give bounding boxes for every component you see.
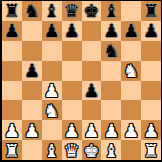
piece-black-pawn[interactable]: ♟ bbox=[143, 21, 159, 40]
square-h5[interactable] bbox=[141, 61, 161, 81]
chess-board: ♜♞♝♛♚♝♜♟♟♟♟♟♟♞♟♞♟♟♞♟♟♟♟♟♟♟♜♝♛♚♝♜ bbox=[2, 1, 161, 160]
piece-black-rook[interactable]: ♜ bbox=[143, 1, 159, 20]
square-d8[interactable]: ♛ bbox=[62, 1, 82, 21]
square-e2[interactable]: ♟ bbox=[82, 120, 102, 140]
piece-white-knight[interactable]: ♞ bbox=[123, 61, 139, 80]
square-f6[interactable]: ♞ bbox=[101, 41, 121, 61]
piece-black-rook[interactable]: ♜ bbox=[4, 1, 20, 20]
square-c7[interactable]: ♟ bbox=[42, 21, 62, 41]
piece-black-bishop[interactable]: ♝ bbox=[44, 1, 60, 20]
square-a7[interactable]: ♟ bbox=[2, 21, 22, 41]
square-f1[interactable]: ♝ bbox=[101, 140, 121, 160]
square-f3[interactable] bbox=[101, 100, 121, 120]
piece-white-bishop[interactable]: ♝ bbox=[103, 141, 119, 160]
piece-white-rook[interactable]: ♜ bbox=[143, 141, 159, 160]
piece-white-rook[interactable]: ♜ bbox=[4, 141, 20, 160]
square-c6[interactable] bbox=[42, 41, 62, 61]
square-c2[interactable] bbox=[42, 120, 62, 140]
square-g8[interactable] bbox=[121, 1, 141, 21]
square-e3[interactable] bbox=[82, 100, 102, 120]
piece-white-pawn[interactable]: ♟ bbox=[24, 121, 40, 140]
piece-black-pawn[interactable]: ♟ bbox=[24, 61, 40, 80]
chess-board-frame: ♜♞♝♛♚♝♜♟♟♟♟♟♟♞♟♞♟♟♞♟♟♟♟♟♟♟♜♝♛♚♝♜ bbox=[0, 0, 162, 162]
square-g7[interactable]: ♟ bbox=[121, 21, 141, 41]
square-e8[interactable]: ♚ bbox=[82, 1, 102, 21]
square-a2[interactable]: ♟ bbox=[2, 120, 22, 140]
piece-white-bishop[interactable]: ♝ bbox=[44, 141, 60, 160]
piece-black-pawn[interactable]: ♟ bbox=[63, 21, 79, 40]
square-e4[interactable]: ♟ bbox=[82, 81, 102, 101]
square-f7[interactable]: ♟ bbox=[101, 21, 121, 41]
square-c4[interactable]: ♟ bbox=[42, 81, 62, 101]
square-h2[interactable]: ♟ bbox=[141, 120, 161, 140]
square-h6[interactable] bbox=[141, 41, 161, 61]
square-f4[interactable] bbox=[101, 81, 121, 101]
square-e6[interactable] bbox=[82, 41, 102, 61]
piece-white-queen[interactable]: ♛ bbox=[63, 141, 79, 160]
square-d4[interactable] bbox=[62, 81, 82, 101]
square-d6[interactable] bbox=[62, 41, 82, 61]
square-e5[interactable] bbox=[82, 61, 102, 81]
square-g6[interactable] bbox=[121, 41, 141, 61]
square-f8[interactable]: ♝ bbox=[101, 1, 121, 21]
piece-white-pawn[interactable]: ♟ bbox=[63, 121, 79, 140]
piece-black-knight[interactable]: ♞ bbox=[103, 41, 119, 60]
square-c1[interactable]: ♝ bbox=[42, 140, 62, 160]
square-h7[interactable]: ♟ bbox=[141, 21, 161, 41]
square-b4[interactable] bbox=[22, 81, 42, 101]
square-d7[interactable]: ♟ bbox=[62, 21, 82, 41]
square-g3[interactable] bbox=[121, 100, 141, 120]
piece-black-king[interactable]: ♚ bbox=[83, 1, 99, 20]
square-c8[interactable]: ♝ bbox=[42, 1, 62, 21]
piece-white-pawn[interactable]: ♟ bbox=[143, 121, 159, 140]
piece-white-pawn[interactable]: ♟ bbox=[44, 81, 60, 100]
square-g2[interactable]: ♟ bbox=[121, 120, 141, 140]
square-b5[interactable]: ♟ bbox=[22, 61, 42, 81]
square-a5[interactable] bbox=[2, 61, 22, 81]
piece-black-pawn[interactable]: ♟ bbox=[44, 21, 60, 40]
square-h1[interactable]: ♜ bbox=[141, 140, 161, 160]
piece-black-bishop[interactable]: ♝ bbox=[103, 1, 119, 20]
square-a3[interactable] bbox=[2, 100, 22, 120]
piece-white-pawn[interactable]: ♟ bbox=[103, 121, 119, 140]
square-d5[interactable] bbox=[62, 61, 82, 81]
piece-black-knight[interactable]: ♞ bbox=[24, 1, 40, 20]
square-e1[interactable]: ♚ bbox=[82, 140, 102, 160]
square-a6[interactable] bbox=[2, 41, 22, 61]
square-a1[interactable]: ♜ bbox=[2, 140, 22, 160]
piece-white-pawn[interactable]: ♟ bbox=[83, 121, 99, 140]
square-g5[interactable]: ♞ bbox=[121, 61, 141, 81]
square-a4[interactable] bbox=[2, 81, 22, 101]
piece-white-knight[interactable]: ♞ bbox=[44, 101, 60, 120]
square-h4[interactable] bbox=[141, 81, 161, 101]
square-g4[interactable] bbox=[121, 81, 141, 101]
square-b3[interactable] bbox=[22, 100, 42, 120]
piece-black-pawn[interactable]: ♟ bbox=[103, 21, 119, 40]
piece-white-king[interactable]: ♚ bbox=[83, 141, 99, 160]
square-f2[interactable]: ♟ bbox=[101, 120, 121, 140]
square-c5[interactable] bbox=[42, 61, 62, 81]
piece-white-pawn[interactable]: ♟ bbox=[4, 121, 20, 140]
square-e7[interactable] bbox=[82, 21, 102, 41]
piece-black-pawn[interactable]: ♟ bbox=[123, 21, 139, 40]
square-b8[interactable]: ♞ bbox=[22, 1, 42, 21]
piece-black-pawn[interactable]: ♟ bbox=[4, 21, 20, 40]
square-b6[interactable] bbox=[22, 41, 42, 61]
square-b2[interactable]: ♟ bbox=[22, 120, 42, 140]
piece-black-queen[interactable]: ♛ bbox=[63, 1, 79, 20]
piece-white-pawn[interactable]: ♟ bbox=[123, 121, 139, 140]
square-h8[interactable]: ♜ bbox=[141, 1, 161, 21]
square-a8[interactable]: ♜ bbox=[2, 1, 22, 21]
square-c3[interactable]: ♞ bbox=[42, 100, 62, 120]
square-g1[interactable] bbox=[121, 140, 141, 160]
square-h3[interactable] bbox=[141, 100, 161, 120]
square-d2[interactable]: ♟ bbox=[62, 120, 82, 140]
square-d1[interactable]: ♛ bbox=[62, 140, 82, 160]
square-f5[interactable] bbox=[101, 61, 121, 81]
square-b1[interactable] bbox=[22, 140, 42, 160]
piece-black-pawn[interactable]: ♟ bbox=[83, 81, 99, 100]
square-d3[interactable] bbox=[62, 100, 82, 120]
square-b7[interactable] bbox=[22, 21, 42, 41]
